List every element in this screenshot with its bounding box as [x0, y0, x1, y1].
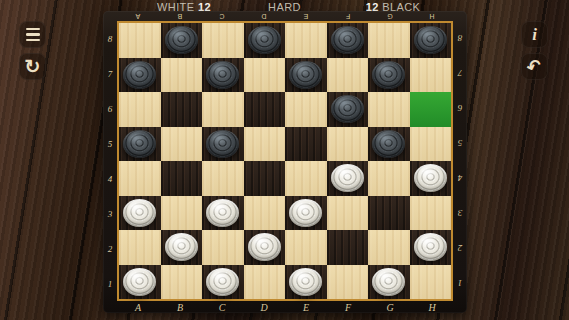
file-label: G	[369, 11, 411, 21]
square-e8	[285, 23, 327, 58]
square-b8[interactable]	[161, 23, 203, 58]
square-d6[interactable]	[244, 92, 286, 127]
white-checker[interactable]	[372, 268, 405, 296]
white-checker[interactable]	[248, 233, 281, 261]
rank-label: 7	[453, 56, 467, 91]
white-checker[interactable]	[206, 268, 239, 296]
square-g8	[368, 23, 410, 58]
square-b7	[161, 58, 203, 93]
black-checker[interactable]	[248, 26, 281, 54]
square-c3[interactable]	[202, 196, 244, 231]
rank-label: 6	[453, 91, 467, 126]
file-label: C	[201, 303, 243, 313]
white-checker[interactable]	[165, 233, 198, 261]
file-label: H	[411, 303, 453, 313]
black-checker[interactable]	[372, 130, 405, 158]
square-f8[interactable]	[327, 23, 369, 58]
square-a6	[119, 92, 161, 127]
square-d3	[244, 196, 286, 231]
menu-button[interactable]	[19, 21, 46, 48]
square-b5	[161, 127, 203, 162]
square-b4[interactable]	[161, 161, 203, 196]
square-a2	[119, 230, 161, 265]
info-icon: i	[532, 25, 537, 45]
square-h4[interactable]	[410, 161, 452, 196]
rank-label: 6	[103, 91, 117, 126]
white-checker[interactable]	[289, 268, 322, 296]
file-label: D	[243, 11, 285, 21]
black-checker[interactable]	[331, 26, 364, 54]
square-d1	[244, 265, 286, 300]
black-checker[interactable]	[165, 26, 198, 54]
rank-label: 7	[103, 56, 117, 91]
square-f1	[327, 265, 369, 300]
white-checker[interactable]	[206, 199, 239, 227]
square-c2	[202, 230, 244, 265]
square-c5[interactable]	[202, 127, 244, 162]
square-f2[interactable]	[327, 230, 369, 265]
black-checker[interactable]	[123, 61, 156, 89]
square-d2[interactable]	[244, 230, 286, 265]
square-d5	[244, 127, 286, 162]
square-f7	[327, 58, 369, 93]
black-checker[interactable]	[414, 26, 447, 54]
square-f3	[327, 196, 369, 231]
menu-icon	[26, 28, 40, 30]
square-g2	[368, 230, 410, 265]
file-label: H	[411, 11, 453, 21]
square-f6[interactable]	[327, 92, 369, 127]
square-a4	[119, 161, 161, 196]
square-a7[interactable]	[119, 58, 161, 93]
file-labels-top: ABCDEFGH	[117, 11, 453, 21]
restart-icon: ↻	[25, 53, 41, 80]
board-grid	[117, 21, 453, 301]
square-c7[interactable]	[202, 58, 244, 93]
rank-label: 4	[103, 161, 117, 196]
file-label: A	[117, 11, 159, 21]
file-label: E	[285, 303, 327, 313]
white-checker[interactable]	[414, 233, 447, 261]
rank-label: 5	[103, 126, 117, 161]
square-e7[interactable]	[285, 58, 327, 93]
file-labels-bottom: ABCDEFGH	[117, 303, 453, 313]
undo-icon: ↶	[524, 54, 544, 78]
rank-label: 3	[103, 196, 117, 231]
file-label: E	[285, 11, 327, 21]
square-a1[interactable]	[119, 265, 161, 300]
file-label: F	[327, 11, 369, 21]
white-checker[interactable]	[414, 164, 447, 192]
rank-label: 2	[453, 231, 467, 266]
rank-label: 5	[453, 126, 467, 161]
square-c1[interactable]	[202, 265, 244, 300]
black-checker[interactable]	[372, 61, 405, 89]
rank-label: 8	[103, 21, 117, 56]
square-a8	[119, 23, 161, 58]
black-checker[interactable]	[206, 61, 239, 89]
black-checker[interactable]	[289, 61, 322, 89]
square-f4[interactable]	[327, 161, 369, 196]
rank-label: 2	[103, 231, 117, 266]
square-g6	[368, 92, 410, 127]
square-b2[interactable]	[161, 230, 203, 265]
square-h8[interactable]	[410, 23, 452, 58]
square-h2[interactable]	[410, 230, 452, 265]
rank-labels-left: 87654321	[103, 21, 117, 301]
file-label: G	[369, 303, 411, 313]
square-b6[interactable]	[161, 92, 203, 127]
square-e6	[285, 92, 327, 127]
square-a5[interactable]	[119, 127, 161, 162]
rank-label: 1	[453, 266, 467, 301]
black-checker[interactable]	[331, 95, 364, 123]
square-h7	[410, 58, 452, 93]
square-h5	[410, 127, 452, 162]
square-d8[interactable]	[244, 23, 286, 58]
square-h1	[410, 265, 452, 300]
square-c6	[202, 92, 244, 127]
square-g7[interactable]	[368, 58, 410, 93]
square-e1[interactable]	[285, 265, 327, 300]
rank-labels-right: 87654321	[453, 21, 467, 301]
square-e5[interactable]	[285, 127, 327, 162]
rank-label: 1	[103, 266, 117, 301]
square-h6[interactable]	[410, 92, 452, 127]
square-b1	[161, 265, 203, 300]
square-g3[interactable]	[368, 196, 410, 231]
square-h3	[410, 196, 452, 231]
square-d4[interactable]	[244, 161, 286, 196]
file-label: B	[159, 11, 201, 21]
square-g1[interactable]	[368, 265, 410, 300]
rank-label: 8	[453, 21, 467, 56]
square-c4	[202, 161, 244, 196]
square-e2	[285, 230, 327, 265]
file-label: D	[243, 303, 285, 313]
square-b3	[161, 196, 203, 231]
square-c8	[202, 23, 244, 58]
square-f5	[327, 127, 369, 162]
undo-button[interactable]: ↶	[521, 53, 548, 80]
square-g4	[368, 161, 410, 196]
file-label: A	[117, 303, 159, 313]
square-e3[interactable]	[285, 196, 327, 231]
square-e4	[285, 161, 327, 196]
game-screen: WHITE 12 HARD 12 BLACK ↻ i ↶ ABCDEFGH 87…	[0, 0, 569, 320]
square-d7	[244, 58, 286, 93]
white-checker[interactable]	[289, 199, 322, 227]
white-checker[interactable]	[123, 199, 156, 227]
black-checker[interactable]	[123, 130, 156, 158]
black-checker[interactable]	[206, 130, 239, 158]
rank-label: 4	[453, 161, 467, 196]
white-checker[interactable]	[331, 164, 364, 192]
square-a3[interactable]	[119, 196, 161, 231]
square-g5[interactable]	[368, 127, 410, 162]
board-frame: ABCDEFGH 87654321 87654321 ABCDEFGH	[103, 11, 467, 313]
file-label: C	[201, 11, 243, 21]
file-label: B	[159, 303, 201, 313]
file-label: F	[327, 303, 369, 313]
restart-button[interactable]: ↻	[19, 53, 46, 80]
rank-label: 3	[453, 196, 467, 231]
white-checker[interactable]	[123, 268, 156, 296]
info-button[interactable]: i	[521, 21, 548, 48]
